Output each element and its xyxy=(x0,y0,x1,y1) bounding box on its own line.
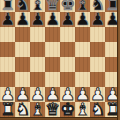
piece-black-pawn[interactable]: ♟ xyxy=(45,12,60,27)
piece-black-pawn[interactable]: ♟ xyxy=(30,12,45,27)
square-f6[interactable] xyxy=(75,27,90,42)
square-d7[interactable]: ♟ xyxy=(45,12,60,27)
piece-white-rook[interactable]: ♜ xyxy=(0,102,15,117)
square-b7[interactable]: ♟ xyxy=(15,12,30,27)
square-f1[interactable]: ♝ xyxy=(75,102,90,117)
square-c5[interactable] xyxy=(30,42,45,57)
piece-white-king[interactable]: ♚ xyxy=(60,102,75,117)
square-g5[interactable] xyxy=(90,42,105,57)
square-b4[interactable] xyxy=(15,57,30,72)
square-a7[interactable]: ♟ xyxy=(0,12,15,27)
square-c6[interactable] xyxy=(30,27,45,42)
piece-white-bishop[interactable]: ♝ xyxy=(75,102,90,117)
piece-black-pawn[interactable]: ♟ xyxy=(75,12,90,27)
square-g1[interactable]: ♞ xyxy=(90,102,105,117)
piece-black-pawn[interactable]: ♟ xyxy=(15,12,30,27)
board-frame-bottom xyxy=(0,117,120,120)
square-d6[interactable] xyxy=(45,27,60,42)
square-a1[interactable]: ♜ xyxy=(0,102,15,117)
square-f4[interactable] xyxy=(75,57,90,72)
piece-black-pawn[interactable]: ♟ xyxy=(90,12,105,27)
square-d4[interactable] xyxy=(45,57,60,72)
piece-white-bishop[interactable]: ♝ xyxy=(30,102,45,117)
square-e4[interactable] xyxy=(60,57,75,72)
square-g7[interactable]: ♟ xyxy=(90,12,105,27)
square-e5[interactable] xyxy=(60,42,75,57)
piece-white-queen[interactable]: ♛ xyxy=(45,102,60,117)
board-frame-right xyxy=(117,0,120,120)
square-a5[interactable] xyxy=(0,42,15,57)
square-e7[interactable]: ♟ xyxy=(60,12,75,27)
square-c1[interactable]: ♝ xyxy=(30,102,45,117)
square-d1[interactable]: ♛ xyxy=(45,102,60,117)
piece-white-knight[interactable]: ♞ xyxy=(90,102,105,117)
piece-black-pawn[interactable]: ♟ xyxy=(0,12,15,27)
square-g6[interactable] xyxy=(90,27,105,42)
square-f5[interactable] xyxy=(75,42,90,57)
chess-app-window: ♜♞♝♛♚♝♞♜♟♟♟♟♟♟♟♟♟♟♟♟♟♟♟♟♜♞♝♛♚♝♞♜ xyxy=(0,0,120,120)
square-f7[interactable]: ♟ xyxy=(75,12,90,27)
square-a6[interactable] xyxy=(0,27,15,42)
piece-black-pawn[interactable]: ♟ xyxy=(60,12,75,27)
square-e6[interactable] xyxy=(60,27,75,42)
chess-board: ♜♞♝♛♚♝♞♜♟♟♟♟♟♟♟♟♟♟♟♟♟♟♟♟♜♞♝♛♚♝♞♜ xyxy=(0,0,120,117)
square-d5[interactable] xyxy=(45,42,60,57)
square-a4[interactable] xyxy=(0,57,15,72)
square-g4[interactable] xyxy=(90,57,105,72)
square-c7[interactable]: ♟ xyxy=(30,12,45,27)
square-e1[interactable]: ♚ xyxy=(60,102,75,117)
piece-white-knight[interactable]: ♞ xyxy=(15,102,30,117)
square-b1[interactable]: ♞ xyxy=(15,102,30,117)
square-c4[interactable] xyxy=(30,57,45,72)
square-b6[interactable] xyxy=(15,27,30,42)
square-b5[interactable] xyxy=(15,42,30,57)
